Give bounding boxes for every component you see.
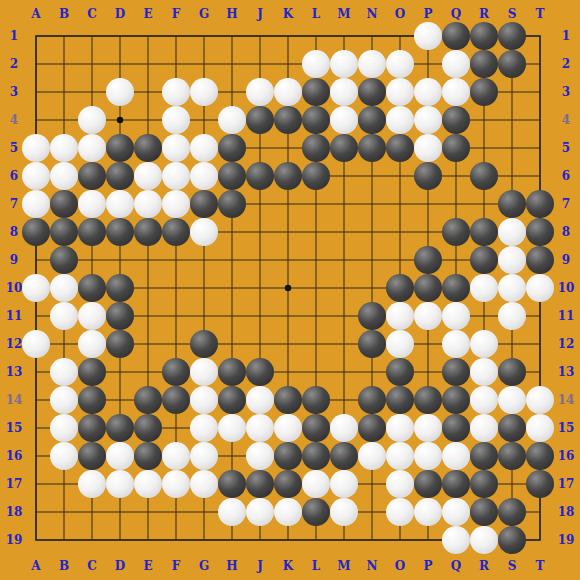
column-bottom-label-S: S [508,559,517,573]
row-right-label-3: 3 [562,85,570,99]
black-stone-H13[interactable] [218,358,246,386]
row-left-label-9: 9 [10,253,18,267]
white-stone-J15[interactable] [246,414,274,442]
column-bottom-label-A: A [31,559,40,573]
white-stone-P16[interactable] [414,442,442,470]
black-stone-D12[interactable] [106,330,134,358]
white-stone-S14[interactable] [498,386,526,414]
black-stone-D11[interactable] [106,302,134,330]
column-bottom-label-F: F [172,559,181,573]
black-stone-L4[interactable] [302,106,330,134]
row-right-label-8: 8 [562,225,570,239]
column-bottom-label-T: T [536,559,545,573]
white-stone-S10[interactable] [498,274,526,302]
black-stone-E16[interactable] [134,442,162,470]
white-stone-P4[interactable] [414,106,442,134]
white-stone-M17[interactable] [330,470,358,498]
white-stone-S8[interactable] [498,218,526,246]
black-stone-T17[interactable] [526,470,554,498]
black-stone-L18[interactable] [302,498,330,526]
row-left-label-2: 2 [10,57,18,71]
column-top-label-P: P [423,7,432,21]
row-left-label-1: 1 [10,29,18,43]
black-stone-R16[interactable] [470,442,498,470]
white-stone-O11[interactable] [386,302,414,330]
black-stone-C13[interactable] [78,358,106,386]
white-stone-Q12[interactable] [442,330,470,358]
black-stone-T7[interactable] [526,190,554,218]
black-stone-T16[interactable] [526,442,554,470]
black-stone-O13[interactable] [386,358,414,386]
white-stone-P3[interactable] [414,78,442,106]
white-stone-P18[interactable] [414,498,442,526]
black-stone-R3[interactable] [470,78,498,106]
white-stone-T15[interactable] [526,414,554,442]
black-stone-F14[interactable] [162,386,190,414]
white-stone-G3[interactable] [190,78,218,106]
white-stone-B15[interactable] [50,414,78,442]
black-stone-O14[interactable] [386,386,414,414]
black-stone-J6[interactable] [246,162,274,190]
white-stone-F6[interactable] [162,162,190,190]
black-stone-B7[interactable] [50,190,78,218]
column-top-label-Q: Q [451,7,461,21]
black-stone-H14[interactable] [218,386,246,414]
white-stone-J18[interactable] [246,498,274,526]
column-top-label-F: F [172,7,181,21]
column-bottom-label-C: C [87,559,97,573]
black-stone-D8[interactable] [106,218,134,246]
white-stone-Q2[interactable] [442,50,470,78]
white-stone-A5[interactable] [22,134,50,162]
white-stone-A10[interactable] [22,274,50,302]
black-stone-Q17[interactable] [442,470,470,498]
column-bottom-label-E: E [143,559,152,573]
column-bottom-label-J: J [257,559,263,573]
black-stone-C6[interactable] [78,162,106,190]
row-right-label-18: 18 [558,505,575,519]
white-stone-F17[interactable] [162,470,190,498]
black-stone-Q10[interactable] [442,274,470,302]
white-stone-A12[interactable] [22,330,50,358]
white-stone-N16[interactable] [358,442,386,470]
column-top-label-K: K [283,7,293,21]
black-stone-G12[interactable] [190,330,218,358]
white-stone-P15[interactable] [414,414,442,442]
column-top-label-A: A [31,7,40,21]
black-stone-S15[interactable] [498,414,526,442]
white-stone-G8[interactable] [190,218,218,246]
white-stone-R10[interactable] [470,274,498,302]
black-stone-D10[interactable] [106,274,134,302]
column-top-label-G: G [199,7,209,21]
black-stone-C8[interactable] [78,218,106,246]
black-stone-M16[interactable] [330,442,358,470]
white-stone-R13[interactable] [470,358,498,386]
white-stone-B10[interactable] [50,274,78,302]
row-left-label-18: 18 [6,505,23,519]
row-left-label-15: 15 [6,421,23,435]
white-stone-N2[interactable] [358,50,386,78]
row-right-label-6: 6 [562,169,570,183]
row-left-label-11: 11 [6,309,23,323]
black-stone-R8[interactable] [470,218,498,246]
white-stone-M15[interactable] [330,414,358,442]
black-stone-O10[interactable] [386,274,414,302]
white-stone-O2[interactable] [386,50,414,78]
black-stone-J4[interactable] [246,106,274,134]
white-stone-R14[interactable] [470,386,498,414]
white-stone-C5[interactable] [78,134,106,162]
column-top-label-M: M [337,7,350,21]
black-stone-R6[interactable] [470,162,498,190]
white-stone-E17[interactable] [134,470,162,498]
column-bottom-label-H: H [226,559,237,573]
white-stone-B5[interactable] [50,134,78,162]
row-left-label-6: 6 [10,169,18,183]
black-stone-J17[interactable] [246,470,274,498]
white-stone-Q19[interactable] [442,526,470,554]
column-top-label-B: B [59,7,69,21]
white-stone-M18[interactable] [330,498,358,526]
row-left-label-12: 12 [6,337,23,351]
black-stone-Q5[interactable] [442,134,470,162]
row-left-label-13: 13 [6,365,23,379]
column-top-label-E: E [143,7,152,21]
black-stone-B9[interactable] [50,246,78,274]
row-left-label-8: 8 [10,225,18,239]
black-stone-S7[interactable] [498,190,526,218]
white-stone-J14[interactable] [246,386,274,414]
white-stone-P11[interactable] [414,302,442,330]
black-stone-S1[interactable] [498,22,526,50]
black-stone-N5[interactable] [358,134,386,162]
white-stone-O15[interactable] [386,414,414,442]
white-stone-F7[interactable] [162,190,190,218]
black-stone-S19[interactable] [498,526,526,554]
black-stone-T8[interactable] [526,218,554,246]
white-stone-G16[interactable] [190,442,218,470]
column-bottom-label-D: D [115,559,125,573]
black-stone-A8[interactable] [22,218,50,246]
white-stone-R12[interactable] [470,330,498,358]
white-stone-J3[interactable] [246,78,274,106]
column-top-label-O: O [395,7,405,21]
row-left-label-4: 4 [10,113,18,127]
white-stone-O18[interactable] [386,498,414,526]
black-stone-P14[interactable] [414,386,442,414]
white-stone-C11[interactable] [78,302,106,330]
white-stone-H4[interactable] [218,106,246,134]
row-left-label-5: 5 [10,141,18,155]
black-stone-F8[interactable] [162,218,190,246]
white-stone-D17[interactable] [106,470,134,498]
white-stone-D7[interactable] [106,190,134,218]
white-stone-Q16[interactable] [442,442,470,470]
white-stone-F16[interactable] [162,442,190,470]
white-stone-G13[interactable] [190,358,218,386]
black-stone-L15[interactable] [302,414,330,442]
white-stone-P5[interactable] [414,134,442,162]
white-stone-C7[interactable] [78,190,106,218]
white-stone-G14[interactable] [190,386,218,414]
white-stone-B6[interactable] [50,162,78,190]
white-stone-B13[interactable] [50,358,78,386]
black-stone-Q14[interactable] [442,386,470,414]
row-right-label-16: 16 [558,449,575,463]
white-stone-K18[interactable] [274,498,302,526]
row-right-label-5: 5 [562,141,570,155]
black-stone-S13[interactable] [498,358,526,386]
column-top-label-H: H [226,7,237,21]
black-stone-S16[interactable] [498,442,526,470]
black-stone-N3[interactable] [358,78,386,106]
white-stone-J16[interactable] [246,442,274,470]
white-stone-F5[interactable] [162,134,190,162]
column-top-label-C: C [87,7,97,21]
white-stone-E7[interactable] [134,190,162,218]
white-stone-B14[interactable] [50,386,78,414]
black-stone-E15[interactable] [134,414,162,442]
row-right-label-10: 10 [558,281,575,295]
black-stone-N4[interactable] [358,106,386,134]
column-top-label-D: D [115,7,125,21]
white-stone-O17[interactable] [386,470,414,498]
row-right-label-1: 1 [562,29,570,43]
column-bottom-label-R: R [479,559,489,573]
black-stone-R18[interactable] [470,498,498,526]
white-stone-D3[interactable] [106,78,134,106]
black-stone-Q1[interactable] [442,22,470,50]
black-stone-K17[interactable] [274,470,302,498]
black-stone-Q8[interactable] [442,218,470,246]
row-left-label-7: 7 [10,197,18,211]
white-stone-R15[interactable] [470,414,498,442]
black-stone-Q15[interactable] [442,414,470,442]
black-stone-K6[interactable] [274,162,302,190]
black-stone-R17[interactable] [470,470,498,498]
row-right-label-13: 13 [558,365,575,379]
black-stone-L16[interactable] [302,442,330,470]
white-stone-P1[interactable] [414,22,442,50]
black-stone-D6[interactable] [106,162,134,190]
white-stone-R19[interactable] [470,526,498,554]
row-left-label-3: 3 [10,85,18,99]
column-bottom-label-B: B [59,559,69,573]
row-left-label-16: 16 [6,449,23,463]
white-stone-L17[interactable] [302,470,330,498]
black-stone-C15[interactable] [78,414,106,442]
white-stone-B11[interactable] [50,302,78,330]
black-stone-Q13[interactable] [442,358,470,386]
white-stone-B16[interactable] [50,442,78,470]
column-top-label-T: T [536,7,545,21]
row-left-label-14: 14 [6,393,23,407]
black-stone-P6[interactable] [414,162,442,190]
white-stone-M4[interactable] [330,106,358,134]
row-right-label-15: 15 [558,421,575,435]
column-bottom-label-N: N [367,559,378,573]
column-bottom-label-G: G [199,559,209,573]
black-stone-N14[interactable] [358,386,386,414]
black-stone-K16[interactable] [274,442,302,470]
white-stone-S11[interactable] [498,302,526,330]
white-stone-O3[interactable] [386,78,414,106]
column-bottom-label-M: M [337,559,350,573]
white-stone-G5[interactable] [190,134,218,162]
white-stone-F3[interactable] [162,78,190,106]
column-bottom-label-K: K [283,559,293,573]
white-stone-E6[interactable] [134,162,162,190]
white-stone-T14[interactable] [526,386,554,414]
column-top-label-J: J [257,7,263,21]
black-stone-R1[interactable] [470,22,498,50]
black-stone-E5[interactable] [134,134,162,162]
row-left-label-19: 19 [6,533,23,547]
black-stone-C10[interactable] [78,274,106,302]
row-right-label-11: 11 [558,309,575,323]
row-left-label-17: 17 [6,477,23,491]
white-stone-O4[interactable] [386,106,414,134]
black-stone-M5[interactable] [330,134,358,162]
white-stone-G6[interactable] [190,162,218,190]
white-stone-L2[interactable] [302,50,330,78]
star-point-D4 [117,117,123,123]
white-stone-F4[interactable] [162,106,190,134]
column-bottom-label-P: P [423,559,432,573]
white-stone-C4[interactable] [78,106,106,134]
column-top-label-L: L [312,7,320,21]
row-right-label-4: 4 [562,113,570,127]
black-stone-E8[interactable] [134,218,162,246]
star-point-K10 [285,285,291,291]
white-stone-C17[interactable] [78,470,106,498]
black-stone-N15[interactable] [358,414,386,442]
black-stone-F13[interactable] [162,358,190,386]
black-stone-K14[interactable] [274,386,302,414]
black-stone-P10[interactable] [414,274,442,302]
black-stone-R9[interactable] [470,246,498,274]
black-stone-L6[interactable] [302,162,330,190]
black-stone-C14[interactable] [78,386,106,414]
row-right-label-19: 19 [558,533,575,547]
black-stone-B8[interactable] [50,218,78,246]
black-stone-G7[interactable] [190,190,218,218]
black-stone-D15[interactable] [106,414,134,442]
column-bottom-label-O: O [395,559,405,573]
black-stone-C16[interactable] [78,442,106,470]
white-stone-A6[interactable] [22,162,50,190]
white-stone-A7[interactable] [22,190,50,218]
black-stone-Q4[interactable] [442,106,470,134]
column-bottom-label-L: L [312,559,320,573]
row-right-label-9: 9 [562,253,570,267]
black-stone-L5[interactable] [302,134,330,162]
column-top-label-N: N [367,7,378,21]
black-stone-L3[interactable] [302,78,330,106]
white-stone-O12[interactable] [386,330,414,358]
row-right-label-12: 12 [558,337,575,351]
white-stone-K3[interactable] [274,78,302,106]
black-stone-P17[interactable] [414,470,442,498]
black-stone-R2[interactable] [470,50,498,78]
black-stone-H17[interactable] [218,470,246,498]
black-stone-T9[interactable] [526,246,554,274]
row-right-label-17: 17 [558,477,575,491]
column-top-label-S: S [508,7,517,21]
column-bottom-label-Q: Q [451,559,461,573]
black-stone-S18[interactable] [498,498,526,526]
white-stone-K15[interactable] [274,414,302,442]
black-stone-E14[interactable] [134,386,162,414]
black-stone-K4[interactable] [274,106,302,134]
white-stone-Q18[interactable] [442,498,470,526]
white-stone-H15[interactable] [218,414,246,442]
white-stone-M3[interactable] [330,78,358,106]
go-board: AABBCCDDEEFFGGHHJJKKLLMMNNOOPPQQRRSSTT11… [0,0,580,580]
white-stone-O16[interactable] [386,442,414,470]
white-stone-H18[interactable] [218,498,246,526]
black-stone-H5[interactable] [218,134,246,162]
black-stone-N11[interactable] [358,302,386,330]
black-stone-P9[interactable] [414,246,442,274]
row-right-label-2: 2 [562,57,570,71]
row-right-label-7: 7 [562,197,570,211]
white-stone-C12[interactable] [78,330,106,358]
column-top-label-R: R [479,7,489,21]
white-stone-Q3[interactable] [442,78,470,106]
white-stone-D16[interactable] [106,442,134,470]
black-stone-O5[interactable] [386,134,414,162]
white-stone-M2[interactable] [330,50,358,78]
white-stone-G17[interactable] [190,470,218,498]
black-stone-S2[interactable] [498,50,526,78]
black-stone-N12[interactable] [358,330,386,358]
white-stone-S9[interactable] [498,246,526,274]
white-stone-Q11[interactable] [442,302,470,330]
white-stone-T10[interactable] [526,274,554,302]
white-stone-G15[interactable] [190,414,218,442]
black-stone-H7[interactable] [218,190,246,218]
black-stone-D5[interactable] [106,134,134,162]
row-right-label-14: 14 [558,393,575,407]
black-stone-H6[interactable] [218,162,246,190]
black-stone-J13[interactable] [246,358,274,386]
row-left-label-10: 10 [6,281,23,295]
black-stone-L14[interactable] [302,386,330,414]
